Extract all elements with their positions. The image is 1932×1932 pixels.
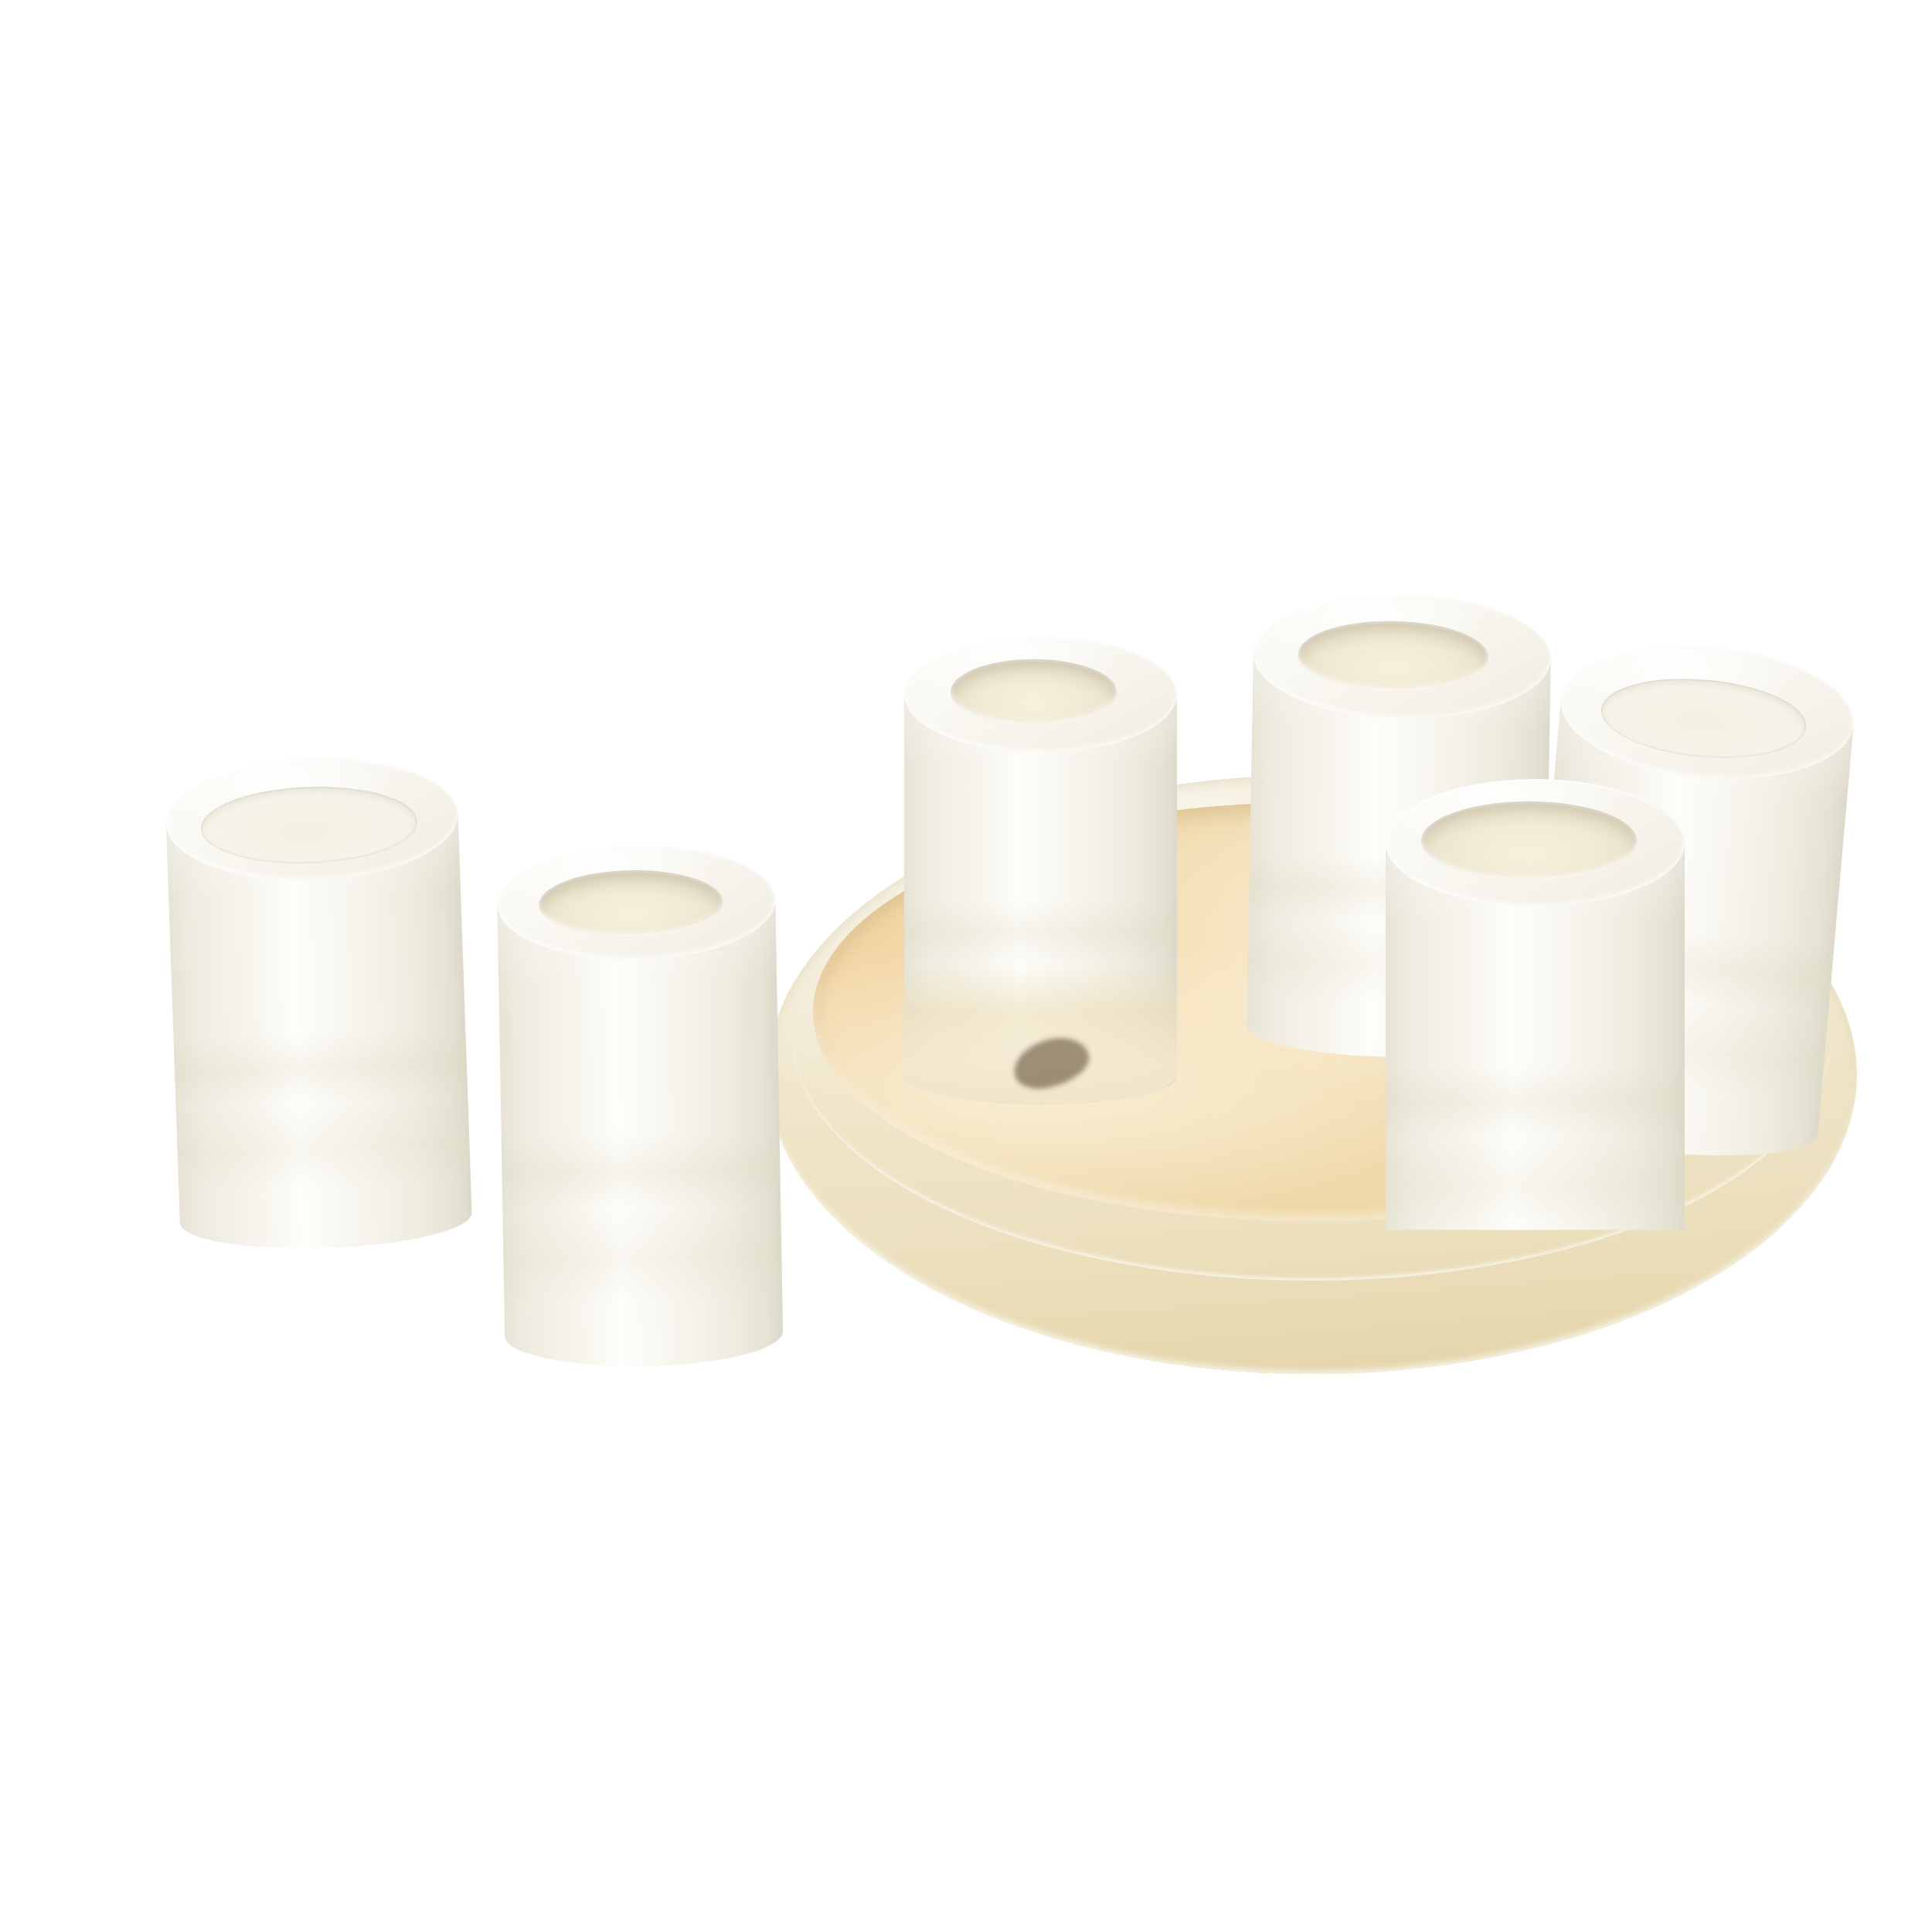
cup-5-body <box>1386 842 1685 1289</box>
cup-2-body <box>497 900 783 1369</box>
cup-5-opening <box>1421 801 1637 880</box>
cup-3-opening <box>951 659 1117 725</box>
cup-1 <box>164 753 472 1253</box>
cup-2 <box>496 842 784 1368</box>
cup-2-opening <box>538 868 723 937</box>
cup-5 <box>1386 779 1685 1289</box>
cup-6-opening <box>1597 672 1809 766</box>
cup-5-top-face <box>1386 779 1685 906</box>
product-photo <box>0 0 1932 1932</box>
cup-1-opening <box>199 784 418 867</box>
cup-3 <box>904 636 1177 1106</box>
cup-3-top-face <box>904 636 1177 753</box>
cup-4-opening <box>1297 619 1488 692</box>
